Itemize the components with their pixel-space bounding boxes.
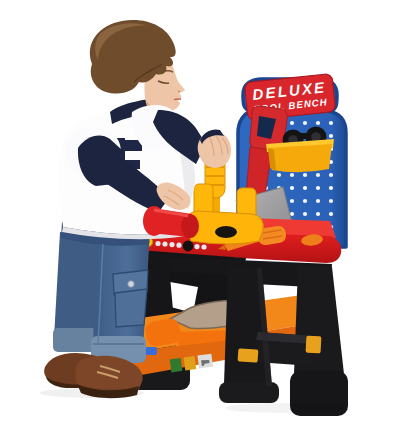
sticker-left	[238, 348, 259, 362]
shadow	[225, 403, 345, 413]
bench-leg-frame-right	[219, 266, 348, 416]
cargo-pocket	[113, 270, 148, 327]
jeans	[53, 222, 150, 363]
scene-canvas: DELUXE TOOL BENCH	[0, 0, 398, 425]
gripping-hand	[198, 129, 231, 168]
sticker-right	[306, 336, 322, 354]
mouth	[174, 99, 181, 100]
product-photo: DELUXE TOOL BENCH	[0, 0, 398, 425]
storage-tray	[266, 139, 334, 172]
shadow	[40, 388, 144, 398]
